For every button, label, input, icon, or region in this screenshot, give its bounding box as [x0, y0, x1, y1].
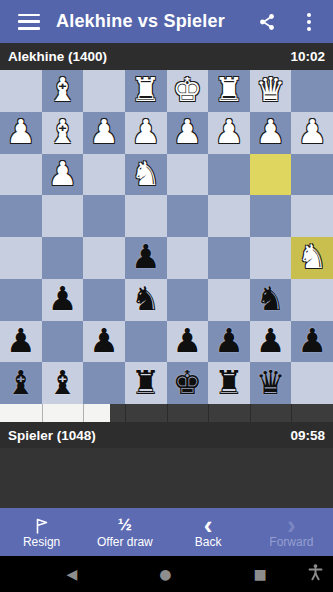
bottom-player-bar: Spieler (1048) 09:58 — [0, 422, 333, 448]
square-f5[interactable] — [83, 237, 125, 279]
square-f7[interactable]: ♟ — [83, 321, 125, 363]
black-pawn: ♟ — [6, 324, 36, 357]
square-g8[interactable]: ♝ — [42, 362, 84, 404]
eval-bar-separator — [42, 404, 43, 422]
back-label: Back — [195, 535, 222, 549]
white-pawn: ♟ — [214, 115, 244, 148]
square-b3[interactable] — [250, 154, 292, 196]
black-pawn: ♟ — [89, 324, 119, 357]
black-king: ♚ — [173, 366, 203, 399]
square-e4[interactable] — [125, 195, 167, 237]
square-g3[interactable]: ♟ — [42, 154, 84, 196]
black-knight: ♞ — [256, 282, 286, 315]
black-pawn: ♟ — [131, 240, 161, 273]
resign-label: Resign — [23, 535, 60, 549]
square-f1[interactable] — [83, 70, 125, 112]
square-a3[interactable] — [291, 154, 333, 196]
square-a2[interactable]: ♟ — [291, 112, 333, 154]
white-pawn: ♟ — [173, 115, 203, 148]
square-d7[interactable]: ♟ — [167, 321, 209, 363]
square-d6[interactable] — [167, 279, 209, 321]
square-g1[interactable]: ♝ — [42, 70, 84, 112]
square-a6[interactable] — [291, 279, 333, 321]
app-bar: Alekhine vs Spieler — [0, 0, 333, 43]
top-player-name: Alekhine (1400) — [8, 49, 107, 64]
chess-board: ♝♜♚♜♛♟♝♟♟♟♟♟♟♟♞♟♞♟♞♞♟♟♟♟♟♟♝♝♜♚♜♛ — [0, 70, 333, 404]
square-c8[interactable]: ♜ — [208, 362, 250, 404]
android-back-icon[interactable]: ◀ — [66, 567, 77, 581]
square-h2[interactable]: ♟ — [0, 112, 42, 154]
chevron-left-icon: ‹ — [204, 516, 213, 534]
square-h6[interactable] — [0, 279, 42, 321]
accessibility-icon[interactable] — [308, 564, 323, 585]
offer-draw-label: Offer draw — [97, 535, 153, 549]
android-nav-bar: ◀ ● ■ — [0, 556, 333, 592]
square-b1[interactable]: ♛ — [250, 70, 292, 112]
square-c3[interactable] — [208, 154, 250, 196]
square-a1[interactable] — [291, 70, 333, 112]
forward-move-button[interactable]: › Forward — [250, 508, 333, 556]
square-a7[interactable]: ♟ — [291, 321, 333, 363]
eval-bar-separator — [167, 404, 168, 422]
square-a4[interactable] — [291, 195, 333, 237]
resign-button[interactable]: Resign — [0, 508, 83, 556]
eval-bar-separator — [208, 404, 209, 422]
overflow-menu-icon[interactable] — [295, 8, 323, 36]
eval-bar-separator — [250, 404, 251, 422]
square-b7[interactable]: ♟ — [250, 321, 292, 363]
white-pawn: ♟ — [48, 157, 78, 190]
square-e3[interactable]: ♞ — [125, 154, 167, 196]
square-h8[interactable]: ♝ — [0, 362, 42, 404]
black-rook: ♜ — [214, 366, 244, 399]
square-b2[interactable]: ♟ — [250, 112, 292, 154]
white-knight: ♞ — [131, 157, 161, 190]
white-rook: ♜ — [214, 73, 244, 106]
square-e1[interactable]: ♜ — [125, 70, 167, 112]
square-g6[interactable]: ♟ — [42, 279, 84, 321]
flag-icon — [33, 516, 51, 534]
square-c4[interactable] — [208, 195, 250, 237]
white-queen: ♛ — [256, 73, 286, 106]
square-g2[interactable]: ♝ — [42, 112, 84, 154]
white-pawn: ♟ — [256, 115, 286, 148]
square-b5[interactable] — [250, 237, 292, 279]
white-pawn: ♟ — [297, 115, 327, 148]
back-move-button[interactable]: ‹ Back — [167, 508, 250, 556]
square-f3[interactable] — [83, 154, 125, 196]
square-h3[interactable] — [0, 154, 42, 196]
square-b8[interactable]: ♛ — [250, 362, 292, 404]
black-queen: ♛ — [256, 366, 286, 399]
square-b4[interactable] — [250, 195, 292, 237]
white-bishop: ♝ — [48, 73, 78, 106]
menu-icon[interactable] — [18, 14, 40, 30]
top-player-bar: Alekhine (1400) 10:02 — [0, 43, 333, 70]
square-c5[interactable] — [208, 237, 250, 279]
white-rook: ♜ — [131, 73, 161, 106]
black-pawn: ♟ — [256, 324, 286, 357]
square-d3[interactable] — [167, 154, 209, 196]
square-h1[interactable] — [0, 70, 42, 112]
square-g5[interactable] — [42, 237, 84, 279]
black-bishop: ♝ — [48, 366, 78, 399]
square-f2[interactable]: ♟ — [83, 112, 125, 154]
white-pawn: ♟ — [89, 115, 119, 148]
black-rook: ♜ — [131, 366, 161, 399]
square-d4[interactable] — [167, 195, 209, 237]
square-a8[interactable] — [291, 362, 333, 404]
eval-bar-separator — [83, 404, 84, 422]
black-knight: ♞ — [131, 282, 161, 315]
square-e8[interactable]: ♜ — [125, 362, 167, 404]
square-d2[interactable]: ♟ — [167, 112, 209, 154]
square-e5[interactable]: ♟ — [125, 237, 167, 279]
white-pawn: ♟ — [6, 115, 36, 148]
square-e2[interactable]: ♟ — [125, 112, 167, 154]
square-d1[interactable]: ♚ — [167, 70, 209, 112]
white-bishop: ♝ — [48, 115, 78, 148]
offer-draw-button[interactable]: ½ Offer draw — [83, 508, 166, 556]
black-bishop: ♝ — [6, 366, 36, 399]
black-pawn: ♟ — [214, 324, 244, 357]
chevron-right-icon: › — [287, 516, 296, 534]
square-h7[interactable]: ♟ — [0, 321, 42, 363]
android-home-icon[interactable]: ● — [159, 567, 171, 581]
top-player-clock: 10:02 — [290, 49, 325, 64]
android-recents-icon[interactable]: ■ — [253, 567, 266, 581]
white-pawn: ♟ — [131, 115, 161, 148]
square-g7[interactable] — [42, 321, 84, 363]
square-d8[interactable]: ♚ — [167, 362, 209, 404]
square-e6[interactable]: ♞ — [125, 279, 167, 321]
square-f8[interactable] — [83, 362, 125, 404]
white-knight: ♞ — [297, 240, 327, 273]
bottom-player-clock: 09:58 — [290, 428, 325, 443]
black-pawn: ♟ — [173, 324, 203, 357]
square-c1[interactable]: ♜ — [208, 70, 250, 112]
eval-bar-white-fill — [0, 404, 110, 422]
bottom-player-name: Spieler (1048) — [8, 428, 96, 443]
square-c2[interactable]: ♟ — [208, 112, 250, 154]
game-toolbar: Resign ½ Offer draw ‹ Back › Forward — [0, 508, 333, 556]
square-a5[interactable]: ♞ — [291, 237, 333, 279]
square-c6[interactable] — [208, 279, 250, 321]
square-f4[interactable] — [83, 195, 125, 237]
black-pawn: ♟ — [297, 324, 327, 357]
square-b6[interactable]: ♞ — [250, 279, 292, 321]
white-king: ♚ — [173, 73, 203, 106]
eval-bar — [0, 404, 333, 422]
square-e7[interactable] — [125, 321, 167, 363]
square-f6[interactable] — [83, 279, 125, 321]
square-c7[interactable]: ♟ — [208, 321, 250, 363]
page-title: Alekhine vs Spieler — [56, 11, 253, 32]
square-g4[interactable] — [42, 195, 84, 237]
eval-bar-separator — [291, 404, 292, 422]
black-pawn: ♟ — [48, 282, 78, 315]
square-d5[interactable] — [167, 237, 209, 279]
share-icon[interactable] — [253, 8, 281, 36]
square-h5[interactable] — [0, 237, 42, 279]
half-point-icon: ½ — [118, 516, 132, 534]
background-area — [0, 448, 333, 508]
square-h4[interactable] — [0, 195, 42, 237]
eval-bar-separator — [125, 404, 126, 422]
chess-app-screen: Alekhine vs Spieler Alekhine (1400) 10:0… — [0, 0, 333, 592]
